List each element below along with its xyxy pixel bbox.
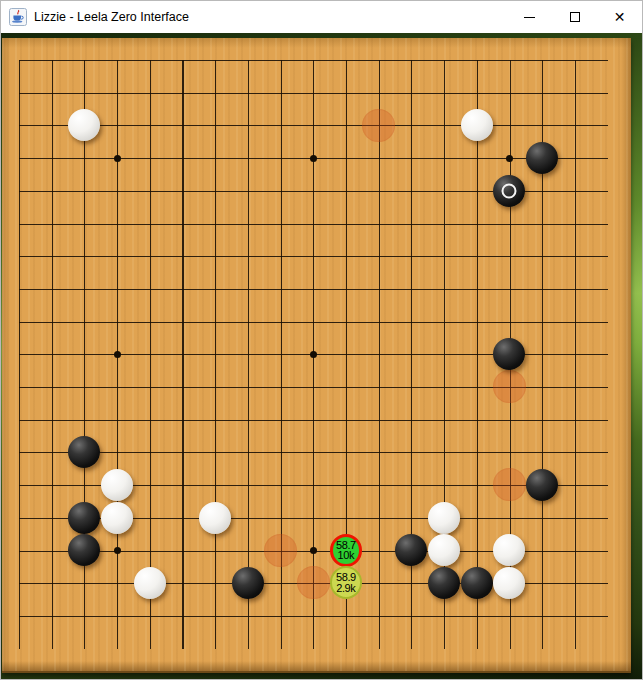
minimize-button[interactable]	[507, 1, 552, 33]
black-stone	[68, 502, 100, 534]
titlebar[interactable]: Lizzie - Leela Zero Interface ✕	[1, 1, 642, 33]
white-stone	[428, 534, 460, 566]
white-stone	[461, 109, 493, 141]
black-stone	[428, 567, 460, 599]
black-stone	[526, 469, 558, 501]
last-move-marker	[502, 183, 517, 198]
considered-move-J4[interactable]	[264, 534, 297, 567]
white-stone	[101, 502, 133, 534]
white-stone	[493, 534, 525, 566]
black-stone	[461, 567, 493, 599]
white-stone	[493, 567, 525, 599]
maximize-icon	[570, 12, 580, 22]
black-stone	[232, 567, 264, 599]
candidate-move-L3[interactable]: 58.92.9k	[330, 566, 363, 599]
candidate-visits: 10k	[338, 550, 355, 561]
close-button[interactable]: ✕	[597, 1, 642, 33]
considered-move-K3[interactable]	[297, 566, 330, 599]
considered-move-Q6[interactable]	[493, 468, 526, 501]
window-title: Lizzie - Leela Zero Interface	[34, 10, 189, 24]
minimize-icon	[524, 17, 535, 18]
window-controls: ✕	[507, 1, 642, 33]
candidate-move-L4[interactable]: 58.710k	[330, 534, 363, 567]
black-stone	[68, 534, 100, 566]
java-app-icon	[9, 8, 27, 26]
candidate-visits: 2.9k	[336, 583, 355, 594]
go-board[interactable]: 58.710k58.92.9k	[2, 38, 631, 673]
white-stone	[428, 502, 460, 534]
black-stone	[493, 338, 525, 370]
app-window: Lizzie - Leela Zero Interface ✕ 58.710k5…	[0, 0, 643, 680]
white-stone	[134, 567, 166, 599]
black-stone	[526, 142, 558, 174]
stones-layer: 58.710k58.92.9k	[3, 44, 624, 665]
maximize-button[interactable]	[552, 1, 597, 33]
white-stone	[68, 109, 100, 141]
black-stone	[493, 175, 525, 207]
considered-move-Q9[interactable]	[493, 370, 526, 403]
content-area: 58.710k58.92.9k	[1, 33, 642, 679]
close-icon: ✕	[614, 10, 626, 24]
considered-move-M17[interactable]	[362, 109, 395, 142]
black-stone	[395, 534, 427, 566]
black-stone	[68, 436, 100, 468]
white-stone	[199, 502, 231, 534]
white-stone	[101, 469, 133, 501]
